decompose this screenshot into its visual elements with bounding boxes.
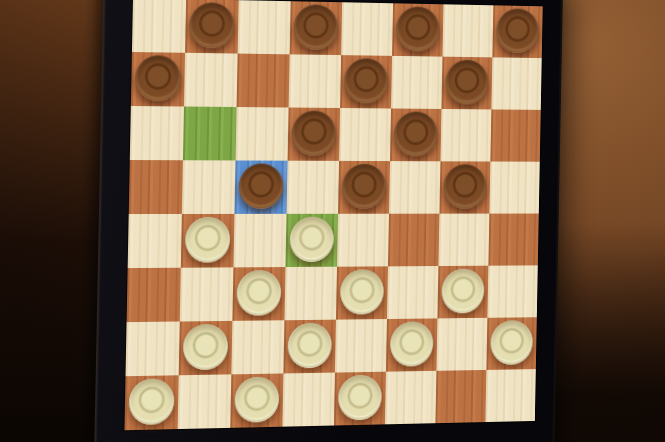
board-square [282,373,335,427]
board-square [487,265,537,317]
board-square[interactable] [237,54,290,108]
checker-piece-light[interactable] [236,270,281,316]
board-square[interactable] [290,1,343,55]
board-square [284,267,337,321]
board-square[interactable] [492,5,542,58]
board-square[interactable] [490,109,540,161]
checker-piece-light[interactable] [338,375,382,421]
board-square [238,0,291,54]
board-square [236,107,289,161]
board-square [128,214,182,268]
board-square [231,320,284,374]
board-square [442,4,493,57]
board-square [184,53,238,107]
board-square[interactable] [232,267,285,321]
board-square[interactable] [388,214,439,267]
checker-piece-light[interactable] [183,324,229,370]
checker-piece-light[interactable] [289,217,334,262]
checker-piece-light[interactable] [441,269,484,314]
board-square [337,214,389,267]
board-square[interactable] [441,57,492,110]
board-square[interactable] [230,373,283,427]
checker-piece-light[interactable] [128,378,174,425]
checker-piece-dark[interactable] [238,163,283,209]
board-square [182,160,236,214]
board-square [491,57,541,110]
checker-piece-light[interactable] [340,269,384,314]
board-square [385,371,436,425]
board [124,0,542,430]
checker-piece-dark[interactable] [443,164,486,209]
board-square[interactable] [131,52,185,107]
highlighted-square-green[interactable] [285,214,338,267]
board-square[interactable] [338,161,390,214]
board-square [436,318,487,371]
board-square[interactable] [181,214,235,268]
board-square[interactable] [283,320,336,374]
board-square [125,322,179,377]
board-square [132,0,186,53]
board-square [180,267,234,321]
checker-piece-dark[interactable] [445,60,488,105]
board-square [387,266,438,319]
checker-piece-light[interactable] [287,323,332,369]
board-square[interactable] [486,317,536,370]
board-square [289,54,342,108]
checker-piece-dark[interactable] [496,8,539,53]
highlighted-square-blue[interactable] [234,160,287,213]
board-square[interactable] [437,266,488,319]
board-square [391,56,442,109]
board-square[interactable] [392,3,443,56]
checker-piece-dark[interactable] [294,4,339,50]
board-square [130,106,184,160]
board-square[interactable] [124,375,178,430]
highlighted-square-green[interactable] [183,107,237,161]
board-square [335,319,387,373]
checker-piece-light[interactable] [390,321,434,366]
board-square [287,161,340,214]
checker-piece-dark[interactable] [342,164,386,209]
checker-piece-dark[interactable] [189,2,235,48]
board-square[interactable] [288,108,341,161]
board-square[interactable] [488,214,538,266]
checker-piece-light[interactable] [234,376,279,422]
board-square [339,108,391,161]
phone [93,0,564,442]
scene [0,0,665,442]
board-square[interactable] [390,108,441,161]
board-square[interactable] [334,372,386,426]
board-square [233,214,286,268]
board-square[interactable] [185,0,239,54]
checker-piece-dark[interactable] [135,55,181,101]
checker-piece-dark[interactable] [344,58,388,103]
checker-piece-dark[interactable] [396,6,440,51]
checker-piece-dark[interactable] [394,111,438,156]
board-square [178,374,232,429]
board-square[interactable] [127,268,181,322]
board-square[interactable] [179,321,233,375]
checker-piece-dark[interactable] [291,110,336,155]
board-square[interactable] [336,266,388,319]
board-square [440,109,491,162]
board-square[interactable] [340,55,392,108]
checker-piece-light[interactable] [490,320,533,365]
board-square [438,214,489,266]
board-square[interactable] [386,318,437,371]
checker-piece-light[interactable] [185,217,231,263]
board-square [389,161,440,214]
board-square[interactable] [435,370,486,423]
board-square [341,2,393,56]
board-square [489,162,539,214]
board-square[interactable] [129,160,183,214]
board-square[interactable] [439,161,490,213]
board-square [485,369,535,422]
